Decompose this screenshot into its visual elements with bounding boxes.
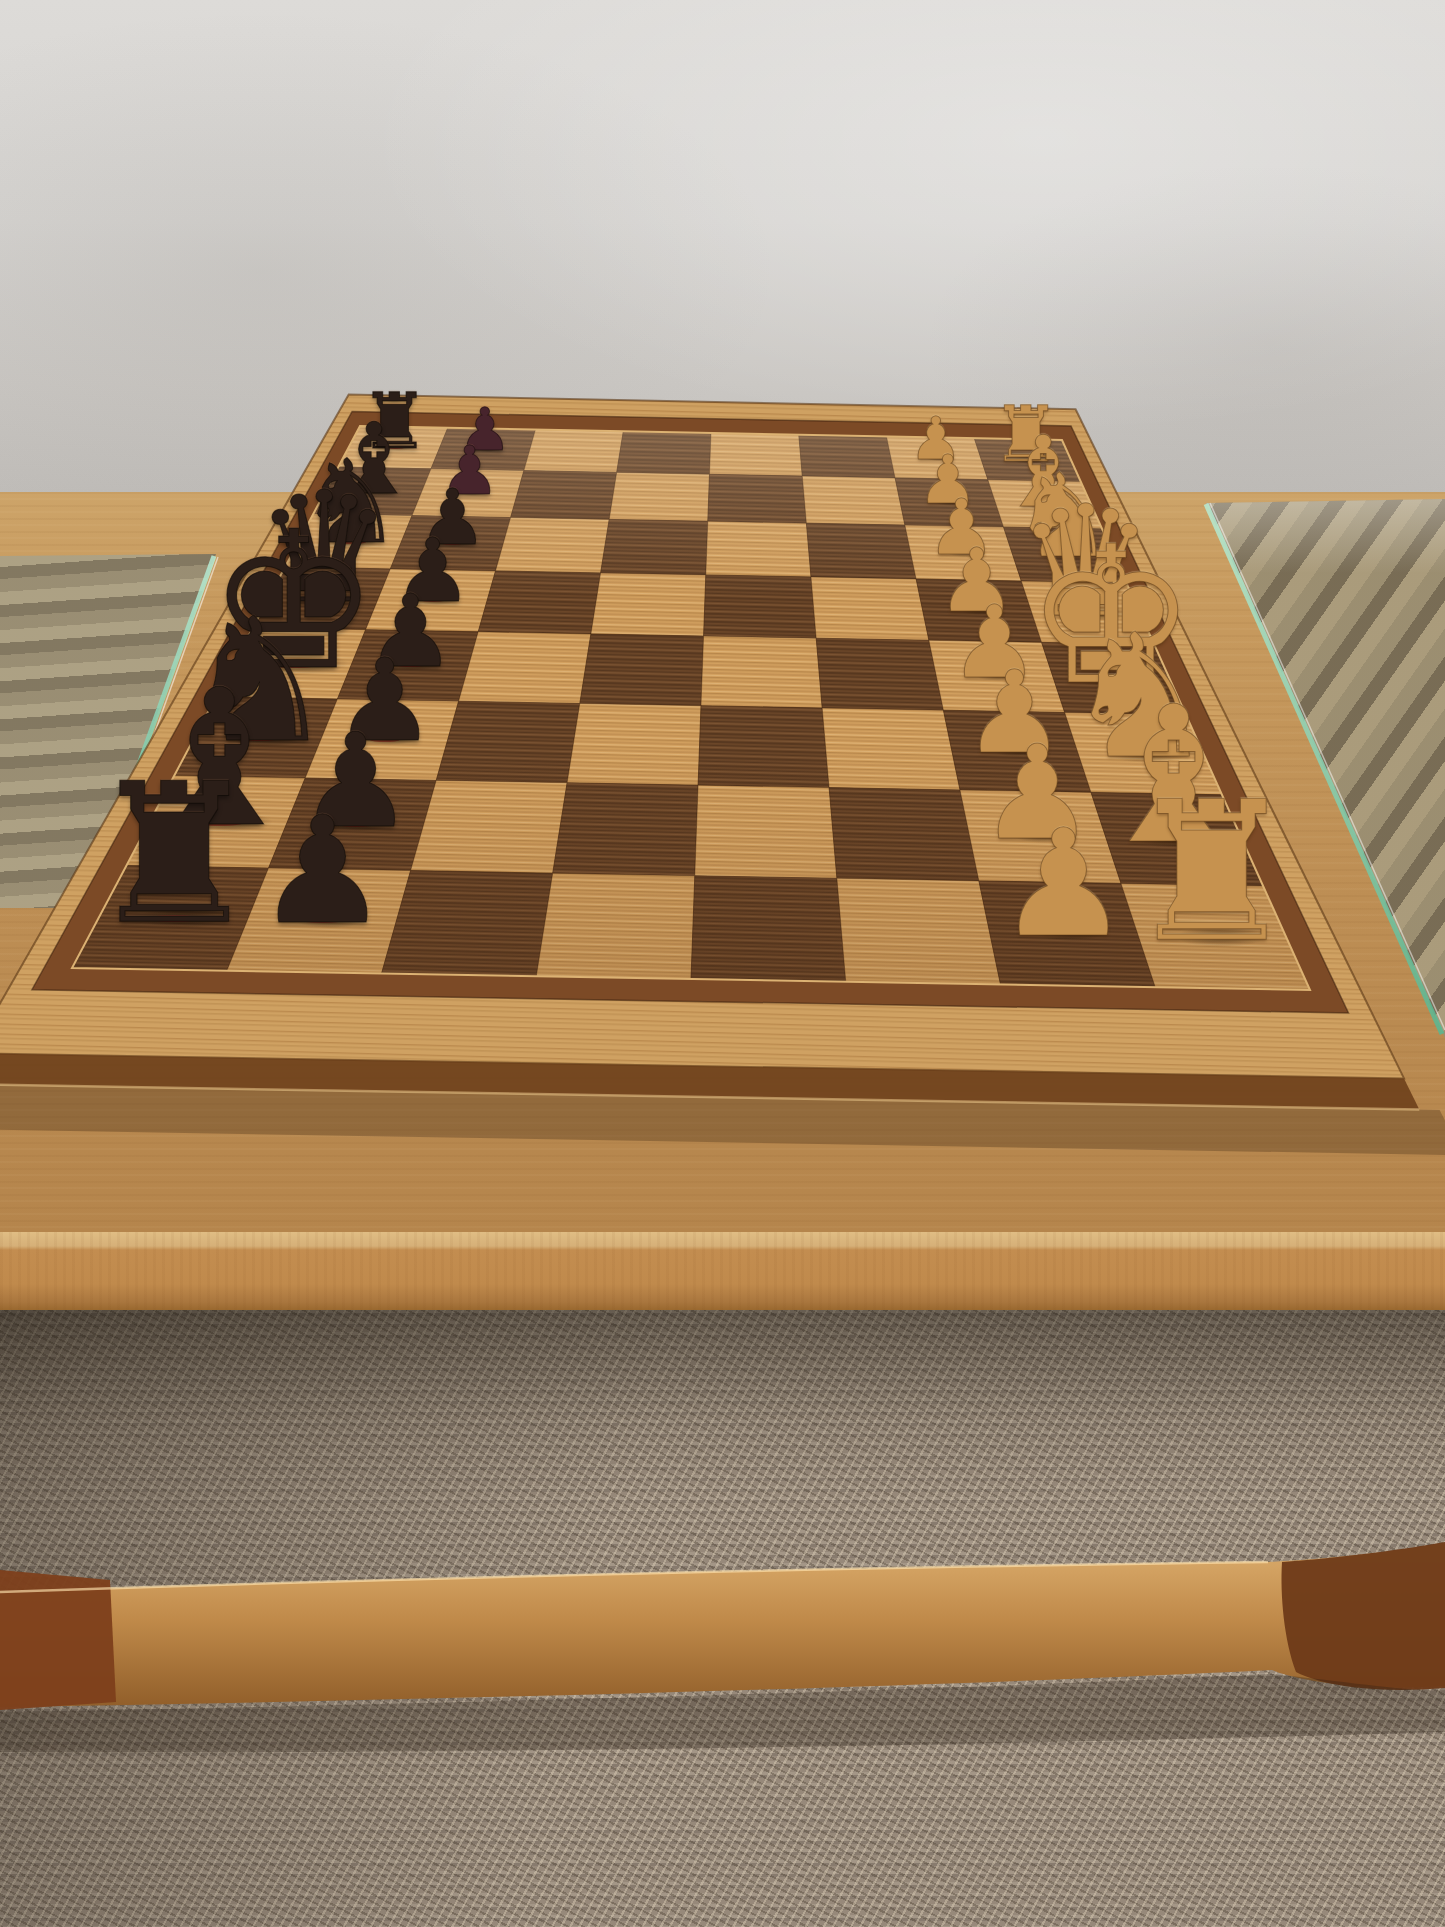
photo-scene: ♜♟♟♜♝♟♟♝♞♟♟♞♛♟♟♛♚♟♟♚♞♟♟♞♝♟♟♝♜♟♟♜ xyxy=(0,0,1445,1927)
piece-black-r-h8: ♜ xyxy=(88,758,261,951)
piece-white-p-h2: ♟ xyxy=(997,810,1130,958)
piece-black-p-h7: ♟ xyxy=(256,797,389,945)
pieces-layer: ♜♟♟♜♝♟♟♝♞♟♟♞♛♟♟♛♚♟♟♚♞♟♟♞♝♟♟♝♜♟♟♜ xyxy=(0,0,1445,1927)
piece-white-r-h1: ♜ xyxy=(1125,776,1298,969)
